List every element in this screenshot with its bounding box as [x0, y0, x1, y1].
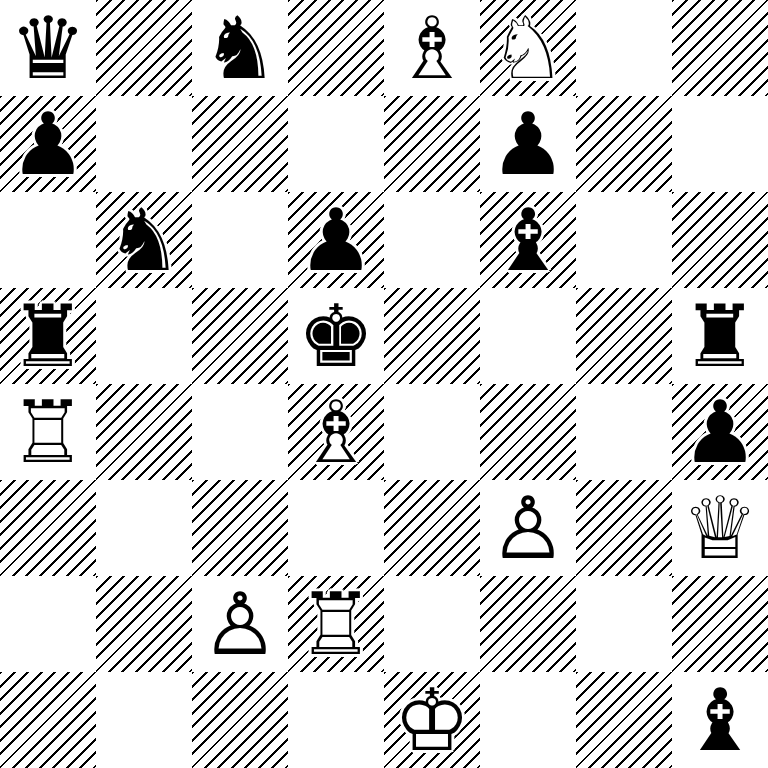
piece-glyph: ♜: [672, 288, 768, 384]
black-queen[interactable]: ♛♛: [0, 0, 96, 96]
piece-glyph: ♕: [672, 480, 768, 576]
piece-glyph: ♟: [480, 96, 576, 192]
piece-glyph: ♖: [288, 576, 384, 672]
square-h2[interactable]: [672, 576, 768, 672]
square-f4[interactable]: [480, 384, 576, 480]
piece-glyph: ♖: [0, 384, 96, 480]
black-pawn[interactable]: ♟♟: [480, 96, 576, 192]
black-pawn[interactable]: ♟♟: [288, 192, 384, 288]
square-g5[interactable]: [576, 288, 672, 384]
square-d4[interactable]: ♝♗: [288, 384, 384, 480]
white-queen[interactable]: ♛♕: [672, 480, 768, 576]
piece-glyph: ♘: [480, 0, 576, 96]
square-c7[interactable]: [192, 96, 288, 192]
piece-glyph: ♝: [672, 672, 768, 768]
square-d7[interactable]: [288, 96, 384, 192]
black-rook[interactable]: ♜♜: [672, 288, 768, 384]
black-knight[interactable]: ♞♞: [96, 192, 192, 288]
square-h8[interactable]: [672, 0, 768, 96]
square-b7[interactable]: [96, 96, 192, 192]
black-pawn[interactable]: ♟♟: [672, 384, 768, 480]
white-knight[interactable]: ♞♘: [480, 0, 576, 96]
square-f8[interactable]: ♞♘: [480, 0, 576, 96]
square-f7[interactable]: ♟♟: [480, 96, 576, 192]
square-c8[interactable]: ♞♞: [192, 0, 288, 96]
square-a3[interactable]: [0, 480, 96, 576]
square-h3[interactable]: ♛♕: [672, 480, 768, 576]
square-g2[interactable]: [576, 576, 672, 672]
square-b1[interactable]: [96, 672, 192, 768]
square-g3[interactable]: [576, 480, 672, 576]
square-h6[interactable]: [672, 192, 768, 288]
square-b4[interactable]: [96, 384, 192, 480]
white-rook[interactable]: ♜♖: [288, 576, 384, 672]
square-b2[interactable]: [96, 576, 192, 672]
square-e3[interactable]: [384, 480, 480, 576]
square-a2[interactable]: [0, 576, 96, 672]
square-d8[interactable]: [288, 0, 384, 96]
piece-glyph: ♟: [672, 384, 768, 480]
black-king[interactable]: ♚♚: [288, 288, 384, 384]
piece-glyph: ♛: [0, 0, 96, 96]
piece-glyph: ♙: [192, 576, 288, 672]
square-f5[interactable]: [480, 288, 576, 384]
piece-glyph: ♔: [384, 672, 480, 768]
piece-glyph: ♝: [480, 192, 576, 288]
square-b6[interactable]: ♞♞: [96, 192, 192, 288]
square-f3[interactable]: ♟♙: [480, 480, 576, 576]
square-g1[interactable]: [576, 672, 672, 768]
square-a1[interactable]: [0, 672, 96, 768]
square-c6[interactable]: [192, 192, 288, 288]
square-b3[interactable]: [96, 480, 192, 576]
white-bishop[interactable]: ♝♗: [384, 0, 480, 96]
square-d5[interactable]: ♚♚: [288, 288, 384, 384]
square-b5[interactable]: [96, 288, 192, 384]
square-g4[interactable]: [576, 384, 672, 480]
square-f1[interactable]: [480, 672, 576, 768]
piece-glyph: ♜: [0, 288, 96, 384]
white-bishop[interactable]: ♝♗: [288, 384, 384, 480]
square-f2[interactable]: [480, 576, 576, 672]
piece-glyph: ♟: [288, 192, 384, 288]
board-grid: ♛♛♞♞♝♗♞♘♟♟♟♟♞♞♟♟♝♝♜♜♚♚♜♜♜♖♝♗♟♟♟♙♛♕♟♙♜♖♚♔…: [0, 0, 768, 768]
square-g6[interactable]: [576, 192, 672, 288]
square-h4[interactable]: ♟♟: [672, 384, 768, 480]
square-f6[interactable]: ♝♝: [480, 192, 576, 288]
square-a4[interactable]: ♜♖: [0, 384, 96, 480]
square-c1[interactable]: [192, 672, 288, 768]
black-bishop[interactable]: ♝♝: [672, 672, 768, 768]
square-c3[interactable]: [192, 480, 288, 576]
square-g8[interactable]: [576, 0, 672, 96]
square-e7[interactable]: [384, 96, 480, 192]
square-h1[interactable]: ♝♝: [672, 672, 768, 768]
square-h7[interactable]: [672, 96, 768, 192]
square-a6[interactable]: [0, 192, 96, 288]
black-bishop[interactable]: ♝♝: [480, 192, 576, 288]
square-d2[interactable]: ♜♖: [288, 576, 384, 672]
square-c2[interactable]: ♟♙: [192, 576, 288, 672]
square-b8[interactable]: [96, 0, 192, 96]
white-pawn[interactable]: ♟♙: [192, 576, 288, 672]
square-c5[interactable]: [192, 288, 288, 384]
square-c4[interactable]: [192, 384, 288, 480]
piece-glyph: ♟: [0, 96, 96, 192]
piece-glyph: ♚: [288, 288, 384, 384]
black-rook[interactable]: ♜♜: [0, 288, 96, 384]
square-a5[interactable]: ♜♜: [0, 288, 96, 384]
square-d3[interactable]: [288, 480, 384, 576]
square-d1[interactable]: [288, 672, 384, 768]
piece-glyph: ♞: [192, 0, 288, 96]
black-pawn[interactable]: ♟♟: [0, 96, 96, 192]
square-a8[interactable]: ♛♛: [0, 0, 96, 96]
white-king[interactable]: ♚♔: [384, 672, 480, 768]
white-pawn[interactable]: ♟♙: [480, 480, 576, 576]
white-rook[interactable]: ♜♖: [0, 384, 96, 480]
black-knight[interactable]: ♞♞: [192, 0, 288, 96]
piece-glyph: ♗: [384, 0, 480, 96]
square-e2[interactable]: [384, 576, 480, 672]
square-e5[interactable]: [384, 288, 480, 384]
square-d6[interactable]: ♟♟: [288, 192, 384, 288]
square-e8[interactable]: ♝♗: [384, 0, 480, 96]
square-e4[interactable]: [384, 384, 480, 480]
piece-glyph: ♙: [480, 480, 576, 576]
chessboard: ♛♛♞♞♝♗♞♘♟♟♟♟♞♞♟♟♝♝♜♜♚♚♜♜♜♖♝♗♟♟♟♙♛♕♟♙♜♖♚♔…: [0, 0, 768, 768]
square-e6[interactable]: [384, 192, 480, 288]
square-h5[interactable]: ♜♜: [672, 288, 768, 384]
piece-glyph: ♞: [96, 192, 192, 288]
square-e1[interactable]: ♚♔: [384, 672, 480, 768]
square-a7[interactable]: ♟♟: [0, 96, 96, 192]
piece-glyph: ♗: [288, 384, 384, 480]
square-g7[interactable]: [576, 96, 672, 192]
